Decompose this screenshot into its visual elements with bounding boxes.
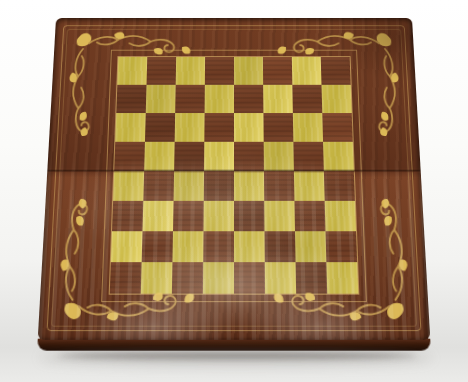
board-grid [109,56,360,295]
square-c7[interactable] [175,85,205,113]
square-f5[interactable] [264,142,294,171]
square-a4[interactable] [113,171,144,201]
square-a1[interactable] [110,262,142,293]
square-g5[interactable] [293,142,323,171]
square-c4[interactable] [174,171,204,201]
square-b7[interactable] [146,85,176,113]
square-e3[interactable] [234,201,265,231]
square-c5[interactable] [174,142,204,171]
square-e8[interactable] [234,57,263,85]
square-e5[interactable] [234,142,264,171]
chessboard [37,18,431,352]
square-b2[interactable] [142,231,173,262]
square-d7[interactable] [205,85,234,113]
square-f4[interactable] [264,171,294,201]
square-e6[interactable] [234,113,264,142]
square-h4[interactable] [324,171,355,201]
square-d5[interactable] [204,142,234,171]
square-h1[interactable] [326,262,358,293]
square-c1[interactable] [172,262,203,293]
square-h8[interactable] [321,57,351,85]
board-face [38,18,431,340]
square-f8[interactable] [263,57,292,85]
square-d8[interactable] [205,57,234,85]
square-c3[interactable] [173,201,204,231]
playing-area [109,56,360,295]
square-a5[interactable] [114,142,145,171]
square-d6[interactable] [204,113,234,142]
square-f3[interactable] [264,201,295,231]
square-f6[interactable] [263,113,293,142]
square-d2[interactable] [203,231,234,262]
square-h7[interactable] [321,85,351,113]
square-g1[interactable] [296,262,328,293]
square-g4[interactable] [294,171,325,201]
square-a2[interactable] [111,231,143,262]
square-d1[interactable] [203,262,234,293]
square-e1[interactable] [234,262,265,293]
square-g6[interactable] [293,113,323,142]
square-d4[interactable] [204,171,234,201]
square-h3[interactable] [325,201,356,231]
square-g3[interactable] [294,201,325,231]
square-g7[interactable] [292,85,322,113]
square-e4[interactable] [234,171,264,201]
square-f1[interactable] [265,262,296,293]
square-h2[interactable] [326,231,358,262]
square-b6[interactable] [145,113,175,142]
square-b1[interactable] [141,262,173,293]
square-h5[interactable] [323,142,354,171]
square-f7[interactable] [263,85,293,113]
square-g8[interactable] [292,57,322,85]
square-d3[interactable] [203,201,234,231]
square-c8[interactable] [176,57,205,85]
square-b8[interactable] [147,57,177,85]
square-b4[interactable] [143,171,174,201]
square-a8[interactable] [117,57,147,85]
square-a7[interactable] [116,85,146,113]
square-b5[interactable] [144,142,174,171]
board-shadow [58,352,416,359]
square-b3[interactable] [142,201,173,231]
square-f2[interactable] [265,231,296,262]
square-a3[interactable] [112,201,143,231]
square-a6[interactable] [115,113,145,142]
square-e7[interactable] [234,85,263,113]
square-c6[interactable] [175,113,205,142]
board-front-edge [37,339,431,351]
square-c2[interactable] [172,231,203,262]
square-e2[interactable] [234,231,265,262]
square-g2[interactable] [295,231,326,262]
square-h6[interactable] [322,113,352,142]
